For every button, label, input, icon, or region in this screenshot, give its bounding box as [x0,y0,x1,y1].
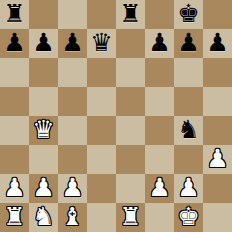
square-f1[interactable] [145,203,174,232]
piece-black-pawn[interactable]: ♟ [148,28,170,57]
square-d2[interactable] [87,174,116,203]
square-h8[interactable] [203,0,232,29]
square-g7[interactable]: ♟ [174,29,203,58]
piece-black-rook[interactable]: ♜ [119,0,141,28]
square-c3[interactable] [58,145,87,174]
square-g8[interactable]: ♚ [174,0,203,29]
piece-white-pawn[interactable]: ♟ [206,144,228,173]
square-b3[interactable] [29,145,58,174]
square-f4[interactable] [145,116,174,145]
square-b2[interactable]: ♟ [29,174,58,203]
square-c1[interactable]: ♝ [58,203,87,232]
square-e3[interactable] [116,145,145,174]
square-e4[interactable] [116,116,145,145]
square-b4[interactable]: ♛ [29,116,58,145]
chess-board: ♜♜♚♟♟♟♛♟♟♟♛♞♟♟♟♟♟♟♜♞♝♜♚ [0,0,232,232]
square-d1[interactable] [87,203,116,232]
piece-white-pawn[interactable]: ♟ [148,173,170,202]
square-a7[interactable]: ♟ [0,29,29,58]
piece-white-pawn[interactable]: ♟ [177,173,199,202]
square-e7[interactable] [116,29,145,58]
square-e5[interactable] [116,87,145,116]
square-b7[interactable]: ♟ [29,29,58,58]
square-h3[interactable]: ♟ [203,145,232,174]
square-f8[interactable] [145,0,174,29]
square-h5[interactable] [203,87,232,116]
square-c7[interactable]: ♟ [58,29,87,58]
square-d7[interactable]: ♛ [87,29,116,58]
square-a4[interactable] [0,116,29,145]
piece-white-rook[interactable]: ♜ [3,202,25,231]
piece-black-rook[interactable]: ♜ [3,0,25,28]
square-a3[interactable] [0,145,29,174]
square-b6[interactable] [29,58,58,87]
square-f3[interactable] [145,145,174,174]
square-g2[interactable]: ♟ [174,174,203,203]
square-d4[interactable] [87,116,116,145]
square-e2[interactable] [116,174,145,203]
square-d6[interactable] [87,58,116,87]
piece-white-queen[interactable]: ♛ [32,115,54,144]
square-f2[interactable]: ♟ [145,174,174,203]
square-b5[interactable] [29,87,58,116]
square-c5[interactable] [58,87,87,116]
square-h4[interactable] [203,116,232,145]
square-e1[interactable]: ♜ [116,203,145,232]
piece-black-pawn[interactable]: ♟ [32,28,54,57]
piece-black-pawn[interactable]: ♟ [3,28,25,57]
square-h2[interactable] [203,174,232,203]
square-a5[interactable] [0,87,29,116]
square-a2[interactable]: ♟ [0,174,29,203]
square-g5[interactable] [174,87,203,116]
square-d5[interactable] [87,87,116,116]
piece-white-rook[interactable]: ♜ [119,202,141,231]
square-a8[interactable]: ♜ [0,0,29,29]
piece-black-queen[interactable]: ♛ [90,28,112,57]
square-g6[interactable] [174,58,203,87]
square-g1[interactable]: ♚ [174,203,203,232]
piece-black-king[interactable]: ♚ [177,0,199,28]
piece-white-pawn[interactable]: ♟ [61,173,83,202]
square-g4[interactable]: ♞ [174,116,203,145]
square-h7[interactable]: ♟ [203,29,232,58]
piece-white-king[interactable]: ♚ [177,202,199,231]
square-c6[interactable] [58,58,87,87]
piece-white-bishop[interactable]: ♝ [61,202,83,231]
square-b1[interactable]: ♞ [29,203,58,232]
square-g3[interactable] [174,145,203,174]
square-a1[interactable]: ♜ [0,203,29,232]
square-h6[interactable] [203,58,232,87]
square-b8[interactable] [29,0,58,29]
piece-black-knight[interactable]: ♞ [177,115,199,144]
square-f6[interactable] [145,58,174,87]
piece-black-pawn[interactable]: ♟ [177,28,199,57]
piece-white-knight[interactable]: ♞ [32,202,54,231]
square-h1[interactable] [203,203,232,232]
piece-white-pawn[interactable]: ♟ [3,173,25,202]
square-f5[interactable] [145,87,174,116]
square-c2[interactable]: ♟ [58,174,87,203]
square-a6[interactable] [0,58,29,87]
piece-black-pawn[interactable]: ♟ [206,28,228,57]
square-d3[interactable] [87,145,116,174]
square-f7[interactable]: ♟ [145,29,174,58]
piece-black-pawn[interactable]: ♟ [61,28,83,57]
piece-white-pawn[interactable]: ♟ [32,173,54,202]
square-c4[interactable] [58,116,87,145]
square-d8[interactable] [87,0,116,29]
square-e8[interactable]: ♜ [116,0,145,29]
square-c8[interactable] [58,0,87,29]
square-e6[interactable] [116,58,145,87]
